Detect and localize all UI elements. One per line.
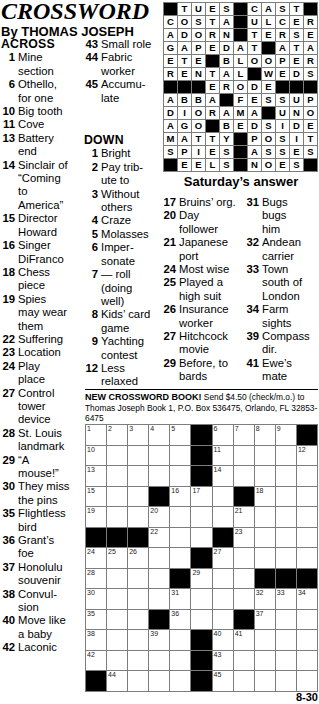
clue-item: 31Bugs bugs him — [245, 196, 319, 236]
grid-cell[interactable] — [149, 671, 169, 691]
clue-text: Farm sights — [262, 303, 292, 330]
answer-letter-cell: T — [290, 42, 303, 54]
answer-black-cell — [304, 81, 317, 93]
grid-cell[interactable] — [128, 487, 148, 507]
clue-item: 9Yachting contest — [84, 335, 162, 362]
clue-number: 10 — [1, 105, 15, 118]
grid-cell[interactable] — [149, 466, 169, 486]
grid-cell[interactable] — [128, 651, 148, 671]
clue-item: 17Bruins’ org. — [162, 196, 244, 209]
grid-cell[interactable] — [170, 548, 190, 568]
clue-text: Grant’s foe — [18, 534, 54, 561]
answer-letter-cell: E — [262, 81, 275, 93]
answer-letter-cell: R — [206, 29, 219, 41]
clue-text: Andean carrier — [262, 236, 301, 263]
answer-letter-cell: A — [164, 94, 177, 106]
clue-number: 1 — [1, 51, 15, 64]
grid-cell[interactable]: 19 — [86, 507, 106, 527]
grid-cell[interactable] — [276, 548, 296, 568]
cell-number: 38 — [87, 630, 95, 638]
answer-black-cell — [220, 94, 233, 106]
grid-cell[interactable] — [128, 466, 148, 486]
grid-cell[interactable]: 35 — [86, 610, 106, 630]
grid-cell[interactable]: 1 — [86, 425, 106, 445]
clue-number: 21 — [162, 236, 176, 249]
grid-cell[interactable] — [276, 507, 296, 527]
clue-text: Mine section — [18, 51, 54, 78]
grid-cell[interactable] — [234, 671, 254, 691]
grid-cell[interactable] — [170, 446, 190, 466]
grid-cell[interactable] — [107, 610, 127, 630]
clue-text: Honolulu souvenir — [18, 561, 63, 588]
clue-item: 26Insurance worker — [162, 303, 244, 330]
grid-cell[interactable] — [213, 487, 233, 507]
grid-cell[interactable] — [128, 671, 148, 691]
grid-cell[interactable] — [107, 630, 127, 650]
clue-text: Most wise — [179, 263, 229, 276]
clue-number: 11 — [1, 118, 15, 131]
clue-item: 37Honolulu souvenir — [1, 561, 85, 588]
answer-letter-cell: B — [220, 120, 233, 132]
grid-cell[interactable]: 20 — [149, 507, 169, 527]
answer-letter-cell: E — [290, 16, 303, 28]
cell-number: 23 — [235, 528, 243, 536]
cell-number: 14 — [214, 466, 222, 474]
grid-cell[interactable] — [297, 548, 317, 568]
clue-number: 31 — [245, 196, 259, 209]
grid-cell[interactable] — [170, 671, 190, 691]
grid-cell[interactable]: 3 — [128, 425, 148, 445]
answer-letter-cell: E — [276, 159, 289, 171]
grid-cell[interactable] — [128, 569, 148, 589]
cell-number: 41 — [235, 630, 243, 638]
answer-letter-cell: R — [276, 29, 289, 41]
grid-cell[interactable]: 28 — [86, 569, 106, 589]
grid-cell[interactable]: 11 — [213, 446, 233, 466]
ad-offer-text: Send $4.50 (check/m.o.) to — [204, 392, 305, 402]
cell-number: 42 — [87, 651, 95, 659]
answer-letter-cell: S — [220, 3, 233, 15]
clue-number: 29 — [162, 357, 176, 370]
grid-cell[interactable] — [149, 548, 169, 568]
grid-cell[interactable]: 40 — [213, 630, 233, 650]
grid-cell[interactable]: 8 — [255, 425, 275, 445]
grid-cell[interactable] — [297, 487, 317, 507]
grid-cell[interactable]: 16 — [170, 487, 190, 507]
grid-cell[interactable]: 41 — [234, 630, 254, 650]
grid-cell[interactable] — [107, 507, 127, 527]
clue-item: 6Imper- sonate — [84, 241, 162, 268]
answer-letter-cell: E — [178, 159, 191, 171]
saturdays-answer-grid: TUESCASTCOSTAULCERADORNTERSEGAPEDATATAET… — [163, 2, 318, 172]
clue-number: 19 — [1, 293, 15, 306]
cell-number: 4 — [150, 425, 154, 433]
grid-cell[interactable] — [107, 487, 127, 507]
grid-cell[interactable] — [255, 528, 275, 548]
cell-number: 31 — [171, 589, 179, 597]
cell-number: 43 — [214, 651, 222, 659]
grid-cell[interactable] — [149, 569, 169, 589]
grid-cell[interactable] — [276, 487, 296, 507]
answer-letter-cell: B — [192, 94, 205, 106]
grid-cell[interactable] — [191, 589, 211, 609]
grid-cell[interactable]: 26 — [128, 548, 148, 568]
clue-text: “A mouse!” — [18, 454, 59, 481]
grid-cell[interactable] — [107, 569, 127, 589]
down-clues-column-3: 31Bugs bugs him32Andean carrier33Town so… — [245, 196, 319, 384]
grid-cell[interactable] — [213, 589, 233, 609]
answer-letter-cell: S — [304, 146, 317, 158]
clue-number: 24 — [1, 360, 15, 373]
answer-black-cell — [192, 81, 205, 93]
grid-cell[interactable] — [170, 651, 190, 671]
answer-letter-cell: O — [304, 107, 317, 119]
clue-text: Imper- sonate — [101, 241, 135, 268]
answer-letter-cell: U — [248, 16, 261, 28]
cell-number: 17 — [192, 487, 200, 495]
cell-number: 27 — [214, 548, 222, 556]
grid-cell[interactable]: 43 — [213, 651, 233, 671]
grid-cell[interactable] — [213, 569, 233, 589]
cell-number: 11 — [214, 446, 221, 454]
grid-cell[interactable] — [128, 610, 148, 630]
clue-text: Fabric worker — [101, 51, 135, 78]
answer-letter-cell: E — [262, 29, 275, 41]
grid-cell[interactable] — [128, 446, 148, 466]
answer-letter-cell: T — [178, 55, 191, 67]
grid-cell[interactable] — [107, 589, 127, 609]
answer-black-cell — [262, 42, 275, 54]
answer-letter-cell: S — [276, 133, 289, 145]
clue-text: Hitchcock movie — [179, 330, 228, 357]
answer-letter-cell: A — [304, 42, 317, 54]
grid-cell[interactable] — [191, 528, 211, 548]
answer-letter-cell: E — [290, 146, 303, 158]
clue-item: 36Grant’s foe — [1, 534, 85, 561]
grid-cell[interactable] — [234, 548, 254, 568]
answer-letter-cell: M — [164, 133, 177, 145]
clue-item: 14Sinclair of “Coming to America” — [1, 159, 85, 213]
answer-letter-cell: C — [276, 16, 289, 28]
cell-number: 16 — [171, 487, 179, 495]
clue-number: 34 — [245, 303, 259, 316]
down-clues-column-2: 17Bruins’ org.20Day follower21Japanese p… — [162, 196, 244, 384]
grid-cell[interactable] — [149, 589, 169, 609]
grid-black-cell — [86, 671, 106, 691]
grid-cell[interactable] — [191, 610, 211, 630]
clue-text: Cove — [18, 118, 44, 131]
grid-cell[interactable] — [255, 446, 275, 466]
answer-letter-cell: A — [248, 146, 261, 158]
grid-cell[interactable] — [276, 528, 296, 548]
answer-letter-cell: A — [164, 120, 177, 132]
answer-black-cell — [178, 81, 191, 93]
grid-cell[interactable]: 5 — [170, 425, 190, 445]
grid-cell[interactable]: 23 — [234, 528, 254, 548]
grid-black-cell — [234, 487, 254, 507]
clue-text: Compass dir. — [262, 330, 310, 357]
clue-item: 15Director Howard — [1, 212, 85, 239]
clue-number: 20 — [162, 209, 176, 222]
grid-cell[interactable] — [276, 630, 296, 650]
clue-item: 35Flightless bird — [1, 507, 85, 534]
grid-cell[interactable]: 12 — [297, 446, 317, 466]
clue-text: Insurance worker — [179, 303, 229, 330]
answer-letter-cell: E — [304, 29, 317, 41]
grid-cell[interactable]: 18 — [255, 487, 275, 507]
answer-letter-cell: P — [248, 133, 261, 145]
answer-letter-cell: S — [276, 94, 289, 106]
grid-cell[interactable] — [276, 466, 296, 486]
grid-cell[interactable]: 38 — [86, 630, 106, 650]
grid-cell[interactable] — [128, 507, 148, 527]
grid-cell[interactable] — [255, 671, 275, 691]
clue-number: 25 — [162, 276, 176, 289]
grid-cell[interactable]: 6 — [213, 425, 233, 445]
cell-number: 10 — [87, 446, 95, 454]
grid-cell[interactable]: 39 — [149, 630, 169, 650]
grid-cell[interactable] — [234, 569, 254, 589]
clue-text: Small role — [101, 38, 151, 51]
grid-cell[interactable] — [128, 589, 148, 609]
grid-cell[interactable]: 10 — [86, 446, 106, 466]
grid-cell[interactable] — [297, 630, 317, 650]
grid-cell[interactable]: 7 — [234, 425, 254, 445]
grid-cell[interactable] — [276, 671, 296, 691]
clue-item: 18Chess piece — [1, 266, 85, 293]
clue-item: 28St. Louis landmark — [1, 427, 85, 454]
answer-letter-cell: G — [178, 120, 191, 132]
clue-text: Sinclair of “Coming to America” — [18, 159, 68, 213]
answer-letter-cell: B — [178, 94, 191, 106]
clue-item: 41Ewe’s mate — [245, 357, 319, 384]
answer-letter-cell: W — [262, 68, 275, 80]
grid-cell[interactable]: 30 — [86, 589, 106, 609]
answer-letter-cell: D — [290, 120, 303, 132]
grid-cell[interactable]: 14 — [213, 466, 233, 486]
clue-text: St. Louis landmark — [18, 427, 64, 454]
across-clues-list: 1Mine section6Othello, for one10Big toot… — [1, 51, 85, 654]
clue-text: Convul- sion — [18, 588, 57, 615]
cell-number: 7 — [235, 425, 239, 433]
answer-letter-cell: O — [192, 120, 205, 132]
clue-text: Chess piece — [18, 266, 50, 293]
grid-cell[interactable]: 24 — [86, 548, 106, 568]
grid-cell[interactable] — [297, 610, 317, 630]
grid-cell[interactable] — [234, 446, 254, 466]
answer-letter-cell: Y — [220, 133, 233, 145]
answer-letter-cell: A — [178, 133, 191, 145]
answer-letter-cell: P — [304, 94, 317, 106]
answer-letter-cell: S — [262, 146, 275, 158]
grid-cell[interactable]: 22 — [149, 528, 169, 548]
answer-letter-cell: A — [276, 42, 289, 54]
answer-letter-cell: R — [164, 68, 177, 80]
grid-black-cell — [107, 528, 127, 548]
cell-number: 45 — [214, 671, 222, 679]
clue-number: 12 — [84, 362, 98, 375]
grid-cell[interactable] — [170, 507, 190, 527]
grid-black-cell — [191, 466, 211, 486]
grid-black-cell — [191, 548, 211, 568]
grid-cell[interactable] — [276, 651, 296, 671]
clue-text: Bright — [101, 147, 131, 160]
clue-text: Craze — [101, 214, 131, 227]
grid-cell[interactable] — [297, 651, 317, 671]
grid-cell[interactable] — [255, 548, 275, 568]
answer-letter-cell: E — [290, 55, 303, 67]
cell-number: 21 — [235, 507, 243, 515]
answer-letter-cell: E — [192, 55, 205, 67]
answer-letter-cell: M — [234, 107, 247, 119]
grid-cell[interactable] — [297, 528, 317, 548]
grid-cell[interactable]: 21 — [234, 507, 254, 527]
grid-cell[interactable] — [107, 651, 127, 671]
grid-cell[interactable] — [297, 466, 317, 486]
grid-cell[interactable] — [107, 466, 127, 486]
clue-text: Big tooth — [18, 105, 63, 118]
clue-item: 44Fabric worker — [84, 51, 162, 78]
grid-cell[interactable] — [234, 466, 254, 486]
grid-cell[interactable]: 45 — [213, 671, 233, 691]
clue-number: 8 — [84, 308, 98, 321]
answer-letter-cell: A — [178, 42, 191, 54]
clue-number: 4 — [84, 214, 98, 227]
answer-letter-cell: E — [234, 120, 247, 132]
answer-letter-cell: O — [262, 159, 275, 171]
grid-cell[interactable] — [191, 507, 211, 527]
grid-cell[interactable]: 27 — [213, 548, 233, 568]
grid-cell[interactable]: 9 — [276, 425, 296, 445]
grid-cell[interactable]: 25 — [107, 548, 127, 568]
grid-cell[interactable]: 13 — [86, 466, 106, 486]
clue-number: 40 — [1, 614, 15, 627]
answer-letter-cell: U — [290, 94, 303, 106]
ad-address: Thomas Joseph Book 1, P.O. Box 536475, O… — [85, 403, 318, 424]
answer-letter-cell: A — [234, 42, 247, 54]
clue-number: 23 — [1, 346, 15, 359]
clue-text: Japanese port — [179, 236, 228, 263]
answer-letter-cell: S — [220, 146, 233, 158]
clue-item: 19Spies may wear them — [1, 293, 85, 333]
clue-item: 1Mine section — [1, 51, 85, 78]
clue-item: 38Convul- sion — [1, 588, 85, 615]
grid-cell[interactable] — [297, 507, 317, 527]
grid-cell[interactable] — [149, 446, 169, 466]
clue-item: 32Andean carrier — [245, 236, 319, 263]
grid-cell[interactable] — [276, 610, 296, 630]
grid-cell[interactable] — [213, 507, 233, 527]
clue-number: 17 — [162, 196, 176, 209]
answer-letter-cell: P — [192, 42, 205, 54]
clue-item: 39Compass dir. — [245, 330, 319, 357]
grid-cell[interactable] — [234, 589, 254, 609]
clue-text: Day follower — [179, 209, 218, 236]
grid-cell[interactable] — [170, 630, 190, 650]
clue-text: — roll (doing well) — [101, 268, 132, 308]
answer-letter-cell: S — [290, 29, 303, 41]
grid-cell[interactable]: 29 — [191, 569, 211, 589]
answer-letter-cell: A — [248, 107, 261, 119]
grid-cell[interactable] — [149, 651, 169, 671]
grid-cell[interactable] — [234, 651, 254, 671]
answer-letter-cell: O — [192, 29, 205, 41]
grid-cell[interactable]: 17 — [191, 487, 211, 507]
grid-cell[interactable] — [255, 466, 275, 486]
grid-cell[interactable] — [170, 528, 190, 548]
clue-number: 27 — [1, 387, 15, 400]
grid-black-cell — [191, 630, 211, 650]
cell-number: 33 — [277, 589, 285, 597]
answer-black-cell — [304, 3, 317, 15]
grid-black-cell — [255, 569, 275, 589]
clue-text: Accumu- late — [101, 78, 146, 105]
answer-letter-cell: T — [248, 42, 261, 54]
clue-number: 33 — [245, 263, 259, 276]
grid-cell[interactable] — [107, 446, 127, 466]
clue-text: Singer DiFranco — [18, 239, 64, 266]
clue-number: 44 — [84, 51, 98, 64]
grid-cell[interactable]: 31 — [170, 589, 190, 609]
grid-cell[interactable]: 42 — [86, 651, 106, 671]
answer-black-cell — [248, 68, 261, 80]
grid-black-cell — [191, 671, 211, 691]
grid-cell[interactable]: 34 — [297, 589, 317, 609]
grid-cell[interactable] — [255, 630, 275, 650]
grid-cell[interactable] — [297, 671, 317, 691]
grid-cell[interactable]: 33 — [276, 589, 296, 609]
clue-item: 3Without others — [84, 188, 162, 215]
clue-text: Town south of London — [262, 263, 302, 303]
grid-cell[interactable]: 2 — [107, 425, 127, 445]
answer-letter-cell: T — [248, 29, 261, 41]
grid-cell[interactable] — [213, 610, 233, 630]
grid-cell[interactable]: 36 — [170, 610, 190, 630]
clue-number: 26 — [162, 303, 176, 316]
grid-cell[interactable] — [255, 507, 275, 527]
answer-letter-cell: E — [178, 68, 191, 80]
grid-cell[interactable]: 15 — [86, 487, 106, 507]
grid-black-cell — [170, 569, 190, 589]
cell-number: 32 — [256, 589, 264, 597]
clue-text: Less relaxed — [101, 362, 138, 389]
grid-cell[interactable]: 32 — [255, 589, 275, 609]
answer-letter-cell: A — [206, 94, 219, 106]
answer-letter-cell: N — [192, 68, 205, 80]
clue-text: They miss the pins — [18, 480, 69, 507]
grid-black-cell — [149, 610, 169, 630]
grid-cell[interactable]: 4 — [149, 425, 169, 445]
answer-letter-cell: C — [248, 3, 261, 15]
clue-text: Play place — [18, 360, 45, 387]
grid-black-cell — [191, 651, 211, 671]
answer-letter-cell: L — [262, 16, 275, 28]
answer-letter-cell: D — [248, 81, 261, 93]
grid-cell[interactable] — [128, 630, 148, 650]
cell-number: 22 — [150, 528, 158, 536]
grid-cell[interactable]: 37 — [255, 610, 275, 630]
grid-cell[interactable] — [170, 466, 190, 486]
grid-cell[interactable] — [255, 651, 275, 671]
clue-item: 5Molasses — [84, 228, 162, 241]
answer-letter-cell: A — [220, 107, 233, 119]
grid-cell[interactable]: 44 — [107, 671, 127, 691]
answer-letter-cell: N — [220, 29, 233, 41]
grid-black-cell — [297, 425, 317, 445]
grid-cell[interactable] — [276, 446, 296, 466]
puzzle-grid: 1234567891011121314151617181920212223242… — [85, 424, 318, 692]
clue-item: 27Control tower device — [1, 387, 85, 427]
